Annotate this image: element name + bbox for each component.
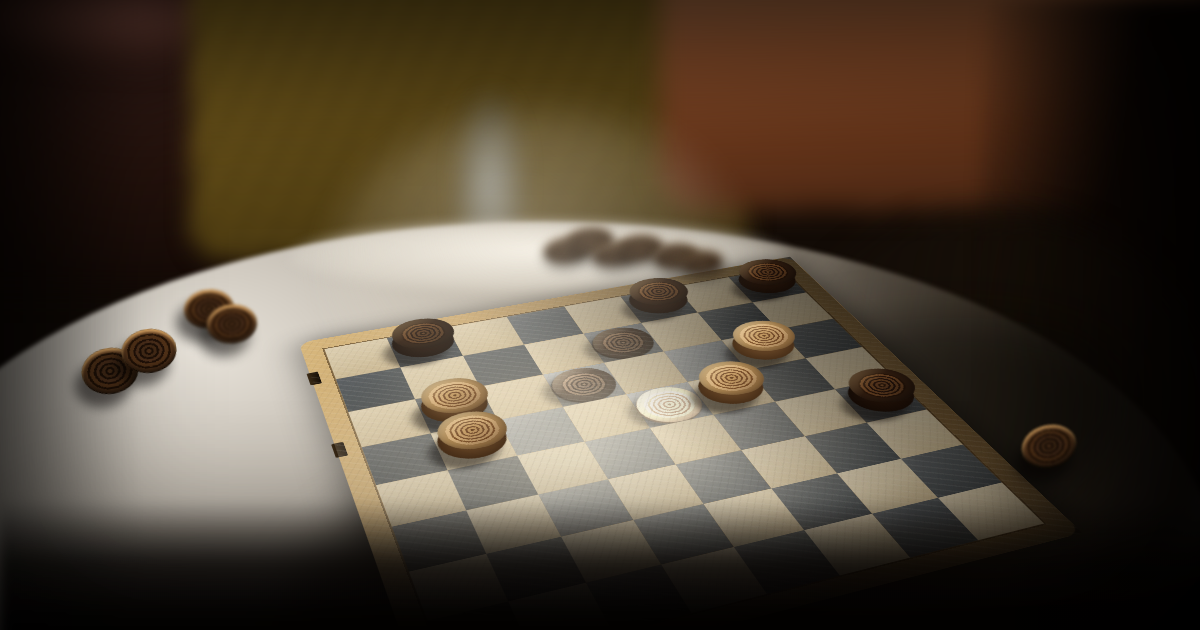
dark-checker-piece [837, 378, 925, 422]
light-checker-piece [432, 421, 515, 469]
dark-armchair-silhouette [0, 0, 270, 290]
square-r3c5 [688, 370, 775, 415]
rust-patterned-armchair [660, 0, 1200, 210]
square-r4c2 [517, 442, 608, 495]
warm-glow-on-chair [0, 0, 300, 60]
olive-patterned-couch [190, 0, 750, 260]
lounge-photo-scene [0, 0, 1200, 630]
